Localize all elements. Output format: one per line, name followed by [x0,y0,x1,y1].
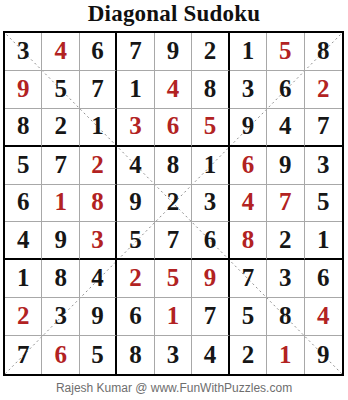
cell-r6c3: 3 [80,222,117,260]
cell-digit: 3 [91,227,104,254]
cell-digit: 4 [317,303,330,330]
cell-digit: 6 [167,113,180,140]
cell-r3c7: 9 [230,109,267,147]
cell-r3c1: 8 [5,109,42,147]
cell-r9c9: 9 [305,336,342,374]
cell-digit: 8 [129,342,142,369]
page: { "game": "diagonal-sudoku", "position":… [0,0,348,400]
cell-r5c6: 3 [192,185,229,223]
page-title: Diagonal Sudoku [0,1,348,27]
cell-digit: 2 [17,303,30,330]
cell-digit: 8 [242,227,255,254]
cell-digit: 7 [17,342,30,369]
cell-digit: 4 [54,38,67,65]
cell-digit: 6 [17,189,30,216]
cell-digit: 8 [204,76,217,103]
cell-digit: 6 [91,38,104,65]
cell-r3c3: 1 [80,109,117,147]
cell-digit: 2 [317,76,330,103]
cell-digit: 5 [279,38,292,65]
cell-r8c6: 7 [192,298,229,336]
cell-r5c5: 2 [155,185,192,223]
cell-digit: 4 [204,342,217,369]
cell-r4c6: 1 [192,147,229,185]
cell-r3c9: 7 [305,109,342,147]
cell-digit: 5 [129,227,142,254]
cell-digit: 5 [91,342,104,369]
cell-digit: 3 [317,152,330,179]
cell-r8c7: 5 [230,298,267,336]
cell-digit: 1 [54,189,67,216]
cell-digit: 5 [317,189,330,216]
cell-digit: 9 [129,189,142,216]
cell-digit: 2 [167,189,180,216]
cell-digit: 5 [167,265,180,292]
cell-digit: 8 [279,303,292,330]
cell-digit: 5 [54,76,67,103]
cell-r7c1: 1 [5,260,42,298]
cell-digit: 6 [279,76,292,103]
cell-r9c3: 5 [80,336,117,374]
cell-digit: 2 [279,227,292,254]
cell-r6c5: 7 [155,222,192,260]
cell-r4c5: 8 [155,147,192,185]
cell-digit: 7 [279,189,292,216]
cell-r5c3: 8 [80,185,117,223]
cell-digit: 3 [242,76,255,103]
cell-r7c6: 9 [192,260,229,298]
cell-r9c4: 8 [117,336,154,374]
cell-digit: 2 [129,265,142,292]
cell-r9c5: 3 [155,336,192,374]
cell-r8c4: 6 [117,298,154,336]
cell-r5c1: 6 [5,185,42,223]
cell-r4c1: 5 [5,147,42,185]
cell-r7c8: 3 [267,260,304,298]
cell-r1c3: 6 [80,33,117,71]
cell-r8c9: 4 [305,298,342,336]
cell-digit: 1 [17,265,30,292]
footer-credit: Rajesh Kumar @ www.FunWithPuzzles.com [0,381,348,395]
cell-r5c2: 1 [42,185,79,223]
cell-r8c5: 1 [155,298,192,336]
cell-digit: 6 [317,265,330,292]
cell-r9c1: 7 [5,336,42,374]
cell-digit: 1 [242,38,255,65]
cell-r2c5: 4 [155,71,192,109]
cell-r1c5: 9 [155,33,192,71]
cell-digit: 4 [279,113,292,140]
cell-digit: 3 [129,113,142,140]
cell-r6c2: 9 [42,222,79,260]
cell-r2c8: 6 [267,71,304,109]
cell-digit: 1 [317,227,330,254]
cell-r3c8: 4 [267,109,304,147]
cell-digit: 1 [129,76,142,103]
cell-r2c4: 1 [117,71,154,109]
cell-r6c1: 4 [5,222,42,260]
cell-r9c2: 6 [42,336,79,374]
cell-r7c5: 5 [155,260,192,298]
cell-r8c2: 3 [42,298,79,336]
cell-r9c8: 1 [267,336,304,374]
cell-digit: 5 [17,152,30,179]
cell-r1c4: 7 [117,33,154,71]
cell-digit: 1 [91,113,104,140]
cell-r8c3: 9 [80,298,117,336]
sudoku-board: 3467921589571483628213659475724816936189… [3,31,344,376]
cell-digit: 2 [91,152,104,179]
cell-r6c8: 2 [267,222,304,260]
cell-r6c7: 8 [230,222,267,260]
cell-r6c9: 1 [305,222,342,260]
cell-r4c8: 9 [267,147,304,185]
cell-r1c9: 8 [305,33,342,71]
cell-digit: 2 [54,113,67,140]
cell-r1c8: 5 [267,33,304,71]
cell-digit: 7 [204,303,217,330]
cell-digit: 4 [167,76,180,103]
cell-r4c4: 4 [117,147,154,185]
cell-digit: 1 [204,152,217,179]
cell-r1c1: 3 [5,33,42,71]
cell-r5c8: 7 [267,185,304,223]
cell-digit: 7 [167,227,180,254]
cell-digit: 4 [91,265,104,292]
cell-r2c2: 5 [42,71,79,109]
cell-digit: 9 [242,113,255,140]
cell-r4c2: 7 [42,147,79,185]
cell-digit: 9 [204,265,217,292]
cell-r1c7: 1 [230,33,267,71]
cell-r8c8: 8 [267,298,304,336]
cell-digit: 7 [54,152,67,179]
cell-digit: 4 [17,227,30,254]
cell-r7c3: 4 [80,260,117,298]
cell-r9c6: 4 [192,336,229,374]
cell-r7c2: 8 [42,260,79,298]
cell-digit: 8 [91,189,104,216]
cell-digit: 5 [242,303,255,330]
cell-digit: 3 [279,265,292,292]
cell-r1c2: 4 [42,33,79,71]
cell-r8c1: 2 [5,298,42,336]
cell-r5c7: 4 [230,185,267,223]
cell-digit: 7 [91,76,104,103]
cell-r7c9: 6 [305,260,342,298]
cell-digit: 1 [279,342,292,369]
cell-r2c9: 2 [305,71,342,109]
cell-digit: 3 [167,342,180,369]
cell-r2c3: 7 [80,71,117,109]
cell-digit: 9 [167,38,180,65]
cell-digit: 6 [54,342,67,369]
cell-digit: 7 [129,38,142,65]
cell-digit: 3 [54,303,67,330]
cell-r7c7: 7 [230,260,267,298]
cell-r6c4: 5 [117,222,154,260]
cell-r7c4: 2 [117,260,154,298]
cell-r5c4: 9 [117,185,154,223]
cell-digit: 6 [242,152,255,179]
cell-r2c7: 3 [230,71,267,109]
cell-digit: 9 [317,342,330,369]
cell-digit: 4 [129,152,142,179]
cell-digit: 9 [17,76,30,103]
cell-digit: 9 [91,303,104,330]
cell-r2c6: 8 [192,71,229,109]
cell-digit: 6 [204,227,217,254]
cell-digit: 9 [279,152,292,179]
cell-digit: 6 [129,303,142,330]
cell-r3c6: 5 [192,109,229,147]
cell-digit: 7 [242,265,255,292]
cell-digit: 7 [317,113,330,140]
cell-digit: 8 [317,38,330,65]
cell-digit: 8 [54,265,67,292]
cell-r3c5: 6 [155,109,192,147]
cell-r9c7: 2 [230,336,267,374]
cell-digit: 3 [204,189,217,216]
cell-r4c7: 6 [230,147,267,185]
cell-r1c6: 2 [192,33,229,71]
cell-r5c9: 5 [305,185,342,223]
cell-r3c4: 3 [117,109,154,147]
cell-digit: 2 [204,38,217,65]
cell-digit: 3 [17,38,30,65]
cell-digit: 8 [167,152,180,179]
sudoku-grid: 3467921589571483628213659475724816936189… [3,31,344,376]
cell-digit: 9 [54,227,67,254]
cell-digit: 5 [204,113,217,140]
cell-r2c1: 9 [5,71,42,109]
cell-digit: 1 [167,303,180,330]
cell-r4c9: 3 [305,147,342,185]
cell-r4c3: 2 [80,147,117,185]
cell-digit: 4 [242,189,255,216]
cell-r6c6: 6 [192,222,229,260]
cell-r3c2: 2 [42,109,79,147]
cell-digit: 2 [242,342,255,369]
cell-digit: 8 [17,113,30,140]
